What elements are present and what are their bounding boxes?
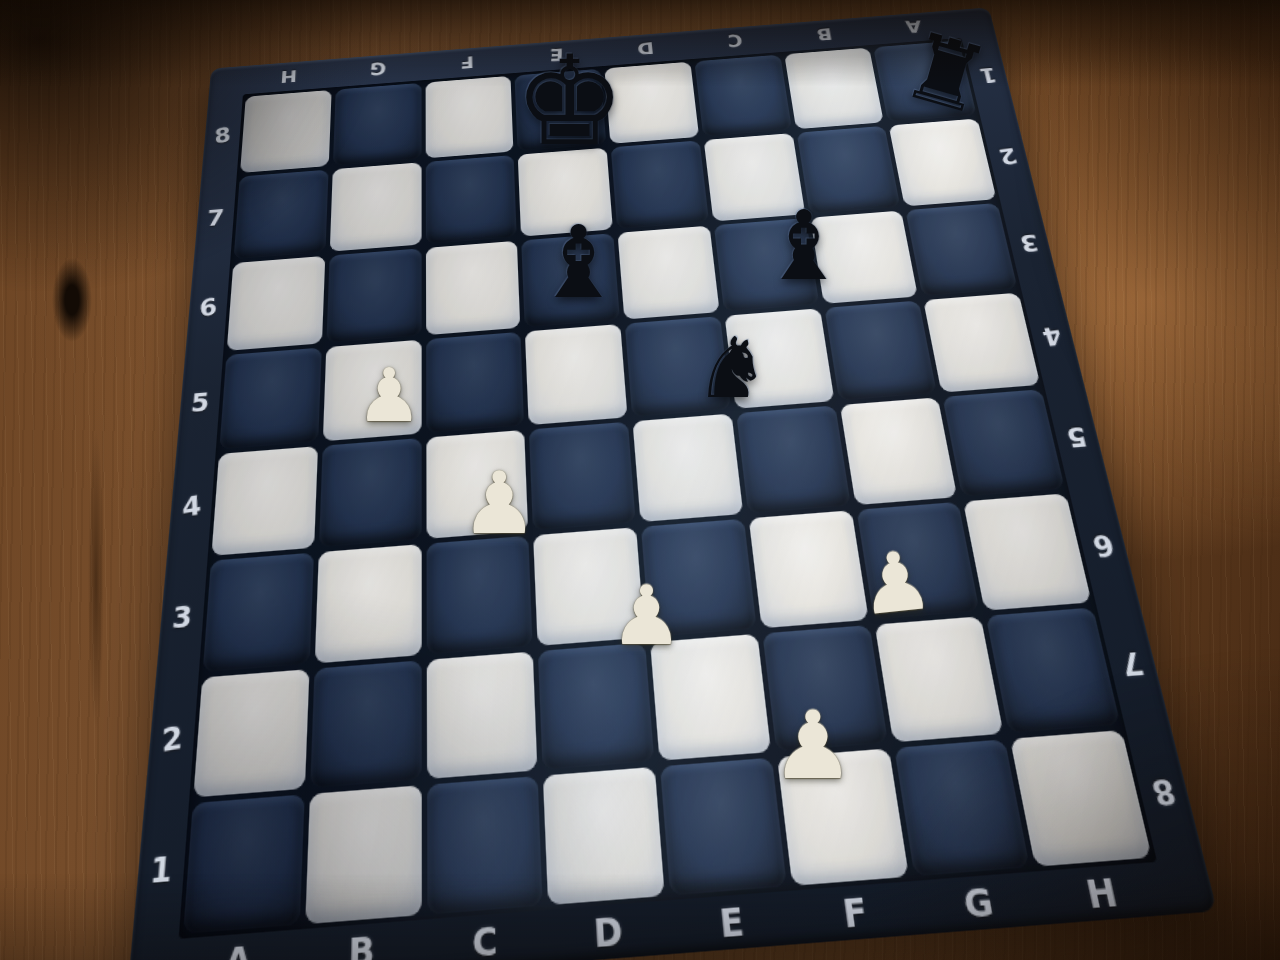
- black-bishop-e6: ♝: [534, 213, 624, 313]
- black-rook-a8: ♜: [894, 18, 999, 129]
- white-pawn-c3: ♟: [855, 539, 937, 628]
- black-king-e8: ♚: [514, 39, 625, 163]
- white-pawn-d2: ♟: [771, 699, 855, 793]
- white-pawn-f4: ♟: [461, 460, 538, 546]
- white-pawn-g5: ♟: [356, 358, 422, 432]
- table-photo: HGFEDCBA 87654321 12345678 ABCDEFGH ♚♜♝♝…: [0, 0, 1280, 960]
- black-bishop-c6: ♝: [761, 198, 847, 294]
- white-pawn-e3: ♟: [610, 575, 684, 657]
- pieces-layer: ♚♜♝♝♞♟♟♟♟♟: [0, 0, 1280, 960]
- black-knight-d5: ♞: [695, 326, 770, 410]
